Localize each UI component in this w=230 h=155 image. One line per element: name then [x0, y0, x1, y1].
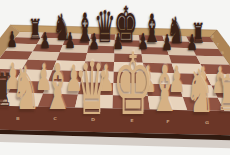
- piece-white-bishop-c1[interactable]: ♝: [43, 55, 74, 118]
- piece-black-pawn-a7[interactable]: ♟: [7, 28, 18, 50]
- piece-white-bishop-f1[interactable]: ♝: [150, 57, 181, 120]
- piece-white-queen-d1[interactable]: ♛: [74, 51, 110, 124]
- piece-black-pawn-h7[interactable]: ♟: [187, 31, 198, 53]
- piece-black-pawn-g7[interactable]: ♟: [162, 31, 173, 53]
- piece-white-king-e1[interactable]: ♚: [112, 42, 153, 127]
- photo-scene: BCDEFG876 ♜♞♝♛♚♝♞♜♟♟♟♟♟♟♟♟♟♟♟♟♟♟♟♟♜♞♝♛♚♝…: [0, 0, 230, 155]
- piece-white-knight-g1[interactable]: ♞: [186, 62, 215, 122]
- piece-black-pawn-b7[interactable]: ♟: [40, 29, 51, 51]
- piece-white-knight-b1[interactable]: ♞: [12, 59, 41, 119]
- piece-white-rook-h1[interactable]: ♜: [216, 69, 230, 118]
